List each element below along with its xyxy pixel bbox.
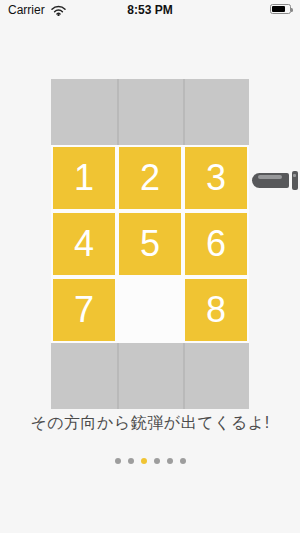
wall-cell — [117, 343, 183, 409]
board-cell: 3 — [183, 145, 249, 211]
board-cell: 7 — [51, 277, 117, 343]
puzzle-tile[interactable]: 2 — [119, 147, 181, 209]
wall-cell — [183, 79, 249, 145]
page-dot[interactable] — [167, 458, 173, 464]
bullet-rim-shine — [293, 174, 296, 178]
puzzle-tile[interactable]: 1 — [53, 147, 115, 209]
empty-cell[interactable] — [117, 277, 183, 343]
wall-cell — [117, 79, 183, 145]
page-dot[interactable] — [154, 458, 160, 464]
carrier-label: Carrier — [8, 3, 45, 17]
bullet-icon — [252, 171, 298, 190]
puzzle-tile[interactable]: 7 — [53, 279, 115, 341]
board-cell: 1 — [51, 145, 117, 211]
board-cell: 2 — [117, 145, 183, 211]
clock-label: 8:53 PM — [127, 3, 172, 17]
puzzle-board: 1 2 3 4 5 6 7 8 — [51, 79, 249, 409]
puzzle-tile[interactable]: 5 — [119, 213, 181, 275]
board-cell: 6 — [183, 211, 249, 277]
battery-fill — [272, 6, 285, 12]
page-dot[interactable] — [115, 458, 121, 464]
page-dot[interactable] — [180, 458, 186, 464]
app-screen: Carrier 8:53 PM 1 2 3 4 — [0, 0, 300, 533]
bullet-shine — [258, 175, 282, 179]
battery-nub — [291, 8, 293, 12]
wifi-icon — [51, 5, 66, 16]
board-cell: 4 — [51, 211, 117, 277]
battery-icon — [270, 4, 291, 14]
page-indicator — [0, 458, 300, 464]
wall-cell — [51, 79, 117, 145]
bullet-body — [252, 173, 289, 188]
puzzle-tile[interactable]: 3 — [185, 147, 247, 209]
puzzle-tile[interactable]: 4 — [53, 213, 115, 275]
page-dot[interactable] — [141, 458, 147, 464]
wall-cell — [183, 343, 249, 409]
board-cell: 5 — [117, 211, 183, 277]
page-dot[interactable] — [128, 458, 134, 464]
bullet-rim — [292, 171, 299, 190]
status-bar: Carrier 8:53 PM — [0, 0, 300, 20]
board-cell: 8 — [183, 277, 249, 343]
wall-cell — [51, 343, 117, 409]
tutorial-caption: その方向から銃弾が出てくるよ! — [0, 413, 300, 434]
puzzle-tile[interactable]: 6 — [185, 213, 247, 275]
puzzle-tile[interactable]: 8 — [185, 279, 247, 341]
